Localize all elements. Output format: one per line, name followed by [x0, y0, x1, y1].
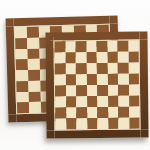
dark-square: [76, 85, 87, 96]
dark-square: [76, 63, 87, 74]
dark-square: [97, 63, 108, 74]
light-square: [107, 85, 118, 96]
dark-square: [128, 74, 139, 85]
dark-square: [107, 52, 118, 63]
dark-square: [28, 91, 40, 102]
light-square: [87, 85, 98, 96]
dark-square: [97, 85, 108, 96]
light-square: [107, 41, 118, 52]
light-square: [97, 118, 108, 129]
dark-square: [97, 107, 108, 118]
dark-square: [118, 41, 129, 52]
light-square: [55, 118, 66, 129]
dark-square: [87, 96, 98, 107]
dark-square: [107, 74, 118, 85]
dark-square: [118, 107, 129, 118]
light-square: [118, 52, 129, 63]
light-square: [28, 80, 40, 91]
light-square: [16, 70, 28, 81]
dark-square: [27, 48, 39, 59]
dark-square: [128, 52, 139, 63]
light-square: [66, 85, 77, 96]
light-square: [97, 52, 108, 63]
light-square: [55, 52, 66, 63]
light-square: [76, 96, 87, 107]
light-square: [87, 107, 98, 118]
front-chessboard: [45, 31, 148, 138]
light-square: [118, 96, 129, 107]
dark-square: [118, 85, 129, 96]
dark-square: [66, 118, 77, 129]
dark-square: [55, 107, 66, 118]
light-square: [107, 63, 118, 74]
light-square: [108, 107, 119, 118]
dark-square: [17, 102, 29, 113]
dark-square: [108, 96, 119, 107]
light-square: [128, 85, 139, 96]
dark-square: [28, 70, 40, 81]
dark-square: [97, 41, 108, 52]
dark-square: [16, 59, 28, 70]
light-square: [17, 91, 29, 102]
light-square: [65, 41, 76, 52]
dark-square: [76, 107, 87, 118]
dark-square: [55, 63, 66, 74]
light-square: [55, 74, 66, 85]
light-square: [15, 48, 27, 59]
dark-square: [66, 96, 77, 107]
light-square: [27, 59, 39, 70]
light-square: [27, 37, 39, 48]
dark-square: [27, 27, 39, 38]
dark-square: [86, 52, 97, 63]
product-photo-scene: [0, 0, 150, 150]
dark-square: [65, 74, 76, 85]
dark-square: [87, 118, 98, 129]
dark-square: [118, 63, 129, 74]
light-square: [76, 74, 87, 85]
light-square: [128, 41, 139, 52]
light-square: [86, 63, 97, 74]
dark-square: [129, 96, 140, 107]
dark-square: [16, 81, 28, 92]
dark-square: [76, 41, 87, 52]
light-square: [118, 118, 129, 129]
dark-square: [15, 38, 27, 49]
dark-square: [55, 41, 66, 52]
light-square: [55, 96, 66, 107]
light-square: [76, 52, 87, 63]
light-square: [29, 102, 41, 113]
light-square: [15, 27, 27, 38]
light-square: [128, 63, 139, 74]
light-square: [97, 74, 108, 85]
light-square: [118, 74, 129, 85]
light-square: [65, 63, 76, 74]
dark-square: [65, 52, 76, 63]
light-square: [76, 118, 87, 129]
dark-square: [129, 118, 140, 129]
light-square: [129, 107, 140, 118]
dark-square: [86, 74, 97, 85]
light-square: [86, 41, 97, 52]
light-square: [97, 96, 108, 107]
light-square: [66, 107, 77, 118]
dark-square: [55, 85, 66, 96]
front-chessboard-grid: [54, 40, 141, 131]
dark-square: [108, 118, 119, 129]
